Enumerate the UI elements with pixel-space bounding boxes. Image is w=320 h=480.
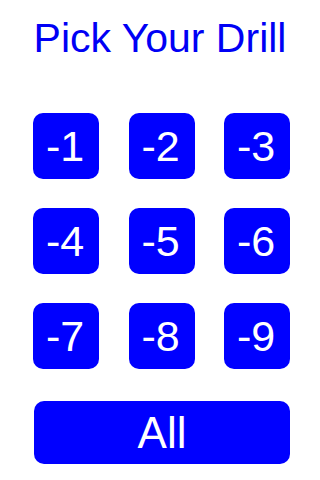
page-title: Pick Your Drill — [0, 18, 320, 59]
drill-button-minus-8[interactable]: -8 — [129, 303, 195, 369]
drill-grid: -1 -2 -3 -4 -5 -6 -7 -8 -9 — [33, 113, 290, 369]
drill-button-minus-1[interactable]: -1 — [33, 113, 99, 179]
all-drills-button[interactable]: All — [34, 401, 290, 464]
drill-button-minus-2[interactable]: -2 — [129, 113, 195, 179]
drill-button-minus-7[interactable]: -7 — [33, 303, 99, 369]
drill-button-minus-4[interactable]: -4 — [33, 208, 99, 274]
drill-button-minus-6[interactable]: -6 — [224, 208, 290, 274]
drill-button-minus-9[interactable]: -9 — [224, 303, 290, 369]
drill-button-minus-3[interactable]: -3 — [224, 113, 290, 179]
drill-button-minus-5[interactable]: -5 — [129, 208, 195, 274]
